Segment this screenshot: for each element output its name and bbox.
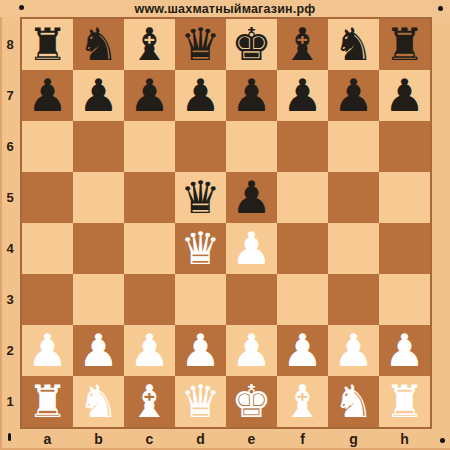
square-e6[interactable] bbox=[226, 121, 277, 172]
demo-chess-board: www.шахматныймагазин.рф 87654321 ♜♞♝♛♚♝♞… bbox=[0, 0, 450, 450]
square-d7[interactable]: ♟ bbox=[175, 70, 226, 121]
file-label-h: h bbox=[379, 430, 430, 448]
square-g7[interactable]: ♟ bbox=[328, 70, 379, 121]
black-bishop-piece[interactable]: ♝ bbox=[124, 19, 175, 70]
square-e1[interactable]: ♚ bbox=[226, 376, 277, 427]
square-h4[interactable] bbox=[379, 223, 430, 274]
white-pawn-piece[interactable]: ♟ bbox=[226, 223, 277, 274]
square-b8[interactable]: ♞ bbox=[73, 19, 124, 70]
white-pawn-piece[interactable]: ♟ bbox=[328, 325, 379, 376]
square-g8[interactable]: ♞ bbox=[328, 19, 379, 70]
black-pawn-piece[interactable]: ♟ bbox=[379, 70, 430, 121]
rank-label-4: 4 bbox=[0, 223, 20, 274]
square-a7[interactable]: ♟ bbox=[22, 70, 73, 121]
square-a4[interactable] bbox=[22, 223, 73, 274]
square-f7[interactable]: ♟ bbox=[277, 70, 328, 121]
black-pawn-piece[interactable]: ♟ bbox=[226, 70, 277, 121]
rank-label-8: 8 bbox=[0, 19, 20, 70]
white-pawn-piece[interactable]: ♟ bbox=[175, 325, 226, 376]
square-e5[interactable]: ♟ bbox=[226, 172, 277, 223]
square-f1[interactable]: ♝ bbox=[277, 376, 328, 427]
square-d1[interactable]: ♛ bbox=[175, 376, 226, 427]
square-d2[interactable]: ♟ bbox=[175, 325, 226, 376]
file-label-d: d bbox=[175, 430, 226, 448]
square-g2[interactable]: ♟ bbox=[328, 325, 379, 376]
square-c8[interactable]: ♝ bbox=[124, 19, 175, 70]
square-c4[interactable] bbox=[124, 223, 175, 274]
white-king-piece[interactable]: ♚ bbox=[226, 376, 277, 427]
rank-labels: 87654321 bbox=[0, 19, 20, 427]
square-a2[interactable]: ♟ bbox=[22, 325, 73, 376]
square-d6[interactable] bbox=[175, 121, 226, 172]
square-h2[interactable]: ♟ bbox=[379, 325, 430, 376]
square-g5[interactable] bbox=[328, 172, 379, 223]
corner-hole-bottom-left-icon bbox=[8, 433, 11, 441]
square-d4[interactable]: ♛ bbox=[175, 223, 226, 274]
square-h6[interactable] bbox=[379, 121, 430, 172]
square-c5[interactable] bbox=[124, 172, 175, 223]
square-f8[interactable]: ♝ bbox=[277, 19, 328, 70]
square-g1[interactable]: ♞ bbox=[328, 376, 379, 427]
square-h3[interactable] bbox=[379, 274, 430, 325]
white-pawn-piece[interactable]: ♟ bbox=[22, 325, 73, 376]
white-pawn-piece[interactable]: ♟ bbox=[379, 325, 430, 376]
square-b2[interactable]: ♟ bbox=[73, 325, 124, 376]
corner-hole-bottom-right-icon bbox=[440, 438, 445, 443]
white-knight-piece[interactable]: ♞ bbox=[328, 376, 379, 427]
file-label-g: g bbox=[328, 430, 379, 448]
square-c1[interactable]: ♝ bbox=[124, 376, 175, 427]
file-label-c: c bbox=[124, 430, 175, 448]
black-pawn-piece[interactable]: ♟ bbox=[124, 70, 175, 121]
square-a8[interactable]: ♜ bbox=[22, 19, 73, 70]
square-e4[interactable]: ♟ bbox=[226, 223, 277, 274]
corner-hole-top-left-icon bbox=[19, 5, 24, 10]
square-g3[interactable] bbox=[328, 274, 379, 325]
square-f3[interactable] bbox=[277, 274, 328, 325]
square-b3[interactable] bbox=[73, 274, 124, 325]
square-e2[interactable]: ♟ bbox=[226, 325, 277, 376]
square-h1[interactable]: ♜ bbox=[379, 376, 430, 427]
square-b7[interactable]: ♟ bbox=[73, 70, 124, 121]
rank-label-7: 7 bbox=[0, 70, 20, 121]
square-b5[interactable] bbox=[73, 172, 124, 223]
square-f5[interactable] bbox=[277, 172, 328, 223]
white-rook-piece[interactable]: ♜ bbox=[379, 376, 430, 427]
rank-label-5: 5 bbox=[0, 172, 20, 223]
square-h8[interactable]: ♜ bbox=[379, 19, 430, 70]
square-a3[interactable] bbox=[22, 274, 73, 325]
square-h7[interactable]: ♟ bbox=[379, 70, 430, 121]
square-e7[interactable]: ♟ bbox=[226, 70, 277, 121]
square-c6[interactable] bbox=[124, 121, 175, 172]
rank-label-6: 6 bbox=[0, 121, 20, 172]
black-pawn-piece[interactable]: ♟ bbox=[175, 70, 226, 121]
square-d8[interactable]: ♛ bbox=[175, 19, 226, 70]
square-c3[interactable] bbox=[124, 274, 175, 325]
square-b1[interactable]: ♞ bbox=[73, 376, 124, 427]
square-a1[interactable]: ♜ bbox=[22, 376, 73, 427]
white-rook-piece[interactable]: ♜ bbox=[22, 376, 73, 427]
square-e3[interactable] bbox=[226, 274, 277, 325]
board-grid: ♜♞♝♛♚♝♞♜♟♟♟♟♟♟♟♟♛♟♛♟♟♟♟♟♟♟♟♟♜♞♝♛♚♝♞♜ bbox=[22, 19, 430, 427]
black-queen-piece[interactable]: ♛ bbox=[175, 172, 226, 223]
white-knight-piece[interactable]: ♞ bbox=[73, 376, 124, 427]
black-bishop-piece[interactable]: ♝ bbox=[277, 19, 328, 70]
file-label-b: b bbox=[73, 430, 124, 448]
square-h5[interactable] bbox=[379, 172, 430, 223]
white-pawn-piece[interactable]: ♟ bbox=[226, 325, 277, 376]
square-f2[interactable]: ♟ bbox=[277, 325, 328, 376]
square-e8[interactable]: ♚ bbox=[226, 19, 277, 70]
square-f6[interactable] bbox=[277, 121, 328, 172]
file-label-a: a bbox=[22, 430, 73, 448]
corner-hole-top-right-icon bbox=[438, 6, 443, 11]
white-pawn-piece[interactable]: ♟ bbox=[277, 325, 328, 376]
black-rook-piece[interactable]: ♜ bbox=[22, 19, 73, 70]
black-king-piece[interactable]: ♚ bbox=[226, 19, 277, 70]
square-c7[interactable]: ♟ bbox=[124, 70, 175, 121]
square-a5[interactable] bbox=[22, 172, 73, 223]
white-pawn-piece[interactable]: ♟ bbox=[73, 325, 124, 376]
square-a6[interactable] bbox=[22, 121, 73, 172]
square-b6[interactable] bbox=[73, 121, 124, 172]
black-queen-piece[interactable]: ♛ bbox=[175, 19, 226, 70]
white-pawn-piece[interactable]: ♟ bbox=[124, 325, 175, 376]
white-queen-piece[interactable]: ♛ bbox=[175, 376, 226, 427]
file-labels: abcdefgh bbox=[22, 430, 430, 448]
white-bishop-piece[interactable]: ♝ bbox=[277, 376, 328, 427]
rank-label-2: 2 bbox=[0, 325, 20, 376]
square-d3[interactable] bbox=[175, 274, 226, 325]
file-label-e: e bbox=[226, 430, 277, 448]
header-banner: www.шахматныймагазин.рф bbox=[0, 0, 450, 17]
white-bishop-piece[interactable]: ♝ bbox=[124, 376, 175, 427]
rank-label-1: 1 bbox=[0, 376, 20, 427]
file-label-f: f bbox=[277, 430, 328, 448]
black-pawn-piece[interactable]: ♟ bbox=[22, 70, 73, 121]
board-frame: ♜♞♝♛♚♝♞♜♟♟♟♟♟♟♟♟♛♟♛♟♟♟♟♟♟♟♟♟♜♞♝♛♚♝♞♜ bbox=[20, 17, 432, 429]
square-d5[interactable]: ♛ bbox=[175, 172, 226, 223]
black-rook-piece[interactable]: ♜ bbox=[379, 19, 430, 70]
white-queen-piece[interactable]: ♛ bbox=[175, 223, 226, 274]
black-knight-piece[interactable]: ♞ bbox=[73, 19, 124, 70]
black-pawn-piece[interactable]: ♟ bbox=[328, 70, 379, 121]
square-b4[interactable] bbox=[73, 223, 124, 274]
black-pawn-piece[interactable]: ♟ bbox=[73, 70, 124, 121]
square-f4[interactable] bbox=[277, 223, 328, 274]
shop-url-text: www.шахматныймагазин.рф bbox=[134, 2, 315, 16]
square-g6[interactable] bbox=[328, 121, 379, 172]
square-c2[interactable]: ♟ bbox=[124, 325, 175, 376]
square-g4[interactable] bbox=[328, 223, 379, 274]
rank-label-3: 3 bbox=[0, 274, 20, 325]
black-knight-piece[interactable]: ♞ bbox=[328, 19, 379, 70]
black-pawn-piece[interactable]: ♟ bbox=[226, 172, 277, 223]
black-pawn-piece[interactable]: ♟ bbox=[277, 70, 328, 121]
